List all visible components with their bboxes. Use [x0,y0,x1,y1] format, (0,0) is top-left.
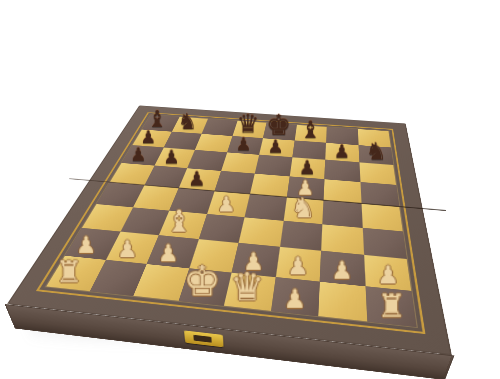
piece-white-pawn[interactable]: ♟ [287,253,309,277]
piece-white-pawn[interactable]: ♟ [117,237,138,260]
piece-black-pawn[interactable]: ♟ [334,142,350,160]
square-f2[interactable]: ♟ [275,247,321,281]
board-squares: ♝♞♛♚♝♟♟♟♟♞♟♟♟♟♟♟♞♝♟♟♟♟♟♟♟♜♚♛♟♜ [46,115,416,327]
square-h4[interactable] [361,203,403,231]
product-photo-stage: ♝♞♛♚♝♟♟♟♟♞♟♟♟♟♟♟♞♝♟♟♟♟♟♟♟♜♚♛♟♜ [0,0,500,379]
square-c5[interactable]: ♟ [179,168,221,191]
piece-white-rook[interactable]: ♜ [56,258,83,288]
piece-black-bishop[interactable]: ♝ [300,118,321,141]
square-g4[interactable] [322,200,362,227]
piece-white-pawn[interactable]: ♟ [283,286,306,312]
piece-white-king[interactable]: ♚ [183,260,221,302]
square-g2[interactable]: ♟ [320,251,365,286]
piece-white-rook[interactable]: ♜ [377,291,405,323]
square-b6[interactable]: ♟ [154,148,195,168]
square-a4[interactable] [97,182,144,207]
square-g1[interactable] [318,281,367,321]
square-f8[interactable]: ♝ [294,125,326,143]
square-d5[interactable] [214,171,255,194]
square-c3[interactable]: ♝ [159,210,207,239]
square-d6[interactable] [221,152,259,173]
square-e4[interactable] [245,194,287,220]
square-e5[interactable] [250,173,289,197]
square-d1[interactable]: ♚ [178,268,232,306]
square-f3[interactable] [279,220,322,250]
piece-black-knight[interactable]: ♞ [365,139,386,163]
piece-white-queen[interactable]: ♛ [230,268,265,307]
piece-white-pawn[interactable]: ♟ [76,233,97,256]
square-f1[interactable]: ♟ [271,277,320,316]
brass-latch [184,330,224,347]
piece-white-pawn[interactable]: ♟ [377,262,399,287]
square-f4[interactable]: ♞ [283,197,323,224]
square-a3[interactable] [82,204,133,232]
piece-black-pawn[interactable]: ♟ [298,158,315,177]
piece-black-pawn[interactable]: ♟ [163,147,180,166]
square-g7[interactable]: ♟ [325,143,359,163]
square-g6[interactable] [324,160,360,182]
piece-white-pawn[interactable]: ♟ [217,193,236,214]
square-d4[interactable]: ♟ [207,191,250,217]
square-h1[interactable]: ♜ [365,286,416,327]
piece-black-pawn[interactable]: ♟ [188,169,206,189]
piece-black-king[interactable]: ♚ [266,111,291,139]
square-h3[interactable] [362,228,406,259]
piece-white-bishop[interactable]: ♝ [166,206,193,236]
square-e3[interactable] [239,217,284,247]
piece-black-knight[interactable]: ♞ [177,110,197,132]
piece-white-pawn[interactable]: ♟ [331,258,353,282]
piece-black-pawn[interactable]: ♟ [268,137,284,155]
piece-black-pawn[interactable]: ♟ [235,135,251,153]
piece-white-knight[interactable]: ♞ [290,194,315,222]
square-b1[interactable] [89,259,147,295]
square-h5[interactable] [360,182,399,207]
square-g3[interactable] [321,224,363,255]
chess-board-box: ♝♞♛♚♝♟♟♟♟♞♟♟♟♟♟♟♞♝♟♟♟♟♟♟♟♜♚♛♟♜ [7,106,452,356]
piece-white-pawn[interactable]: ♟ [158,241,179,265]
square-e1[interactable]: ♛ [224,272,275,311]
square-b5[interactable] [144,165,187,188]
square-h2[interactable]: ♟ [364,255,412,291]
square-a1[interactable]: ♜ [46,255,105,291]
square-d3[interactable] [198,214,244,243]
square-e6[interactable] [255,155,292,176]
square-h6[interactable] [359,162,396,184]
piece-black-pawn[interactable]: ♟ [130,145,147,163]
